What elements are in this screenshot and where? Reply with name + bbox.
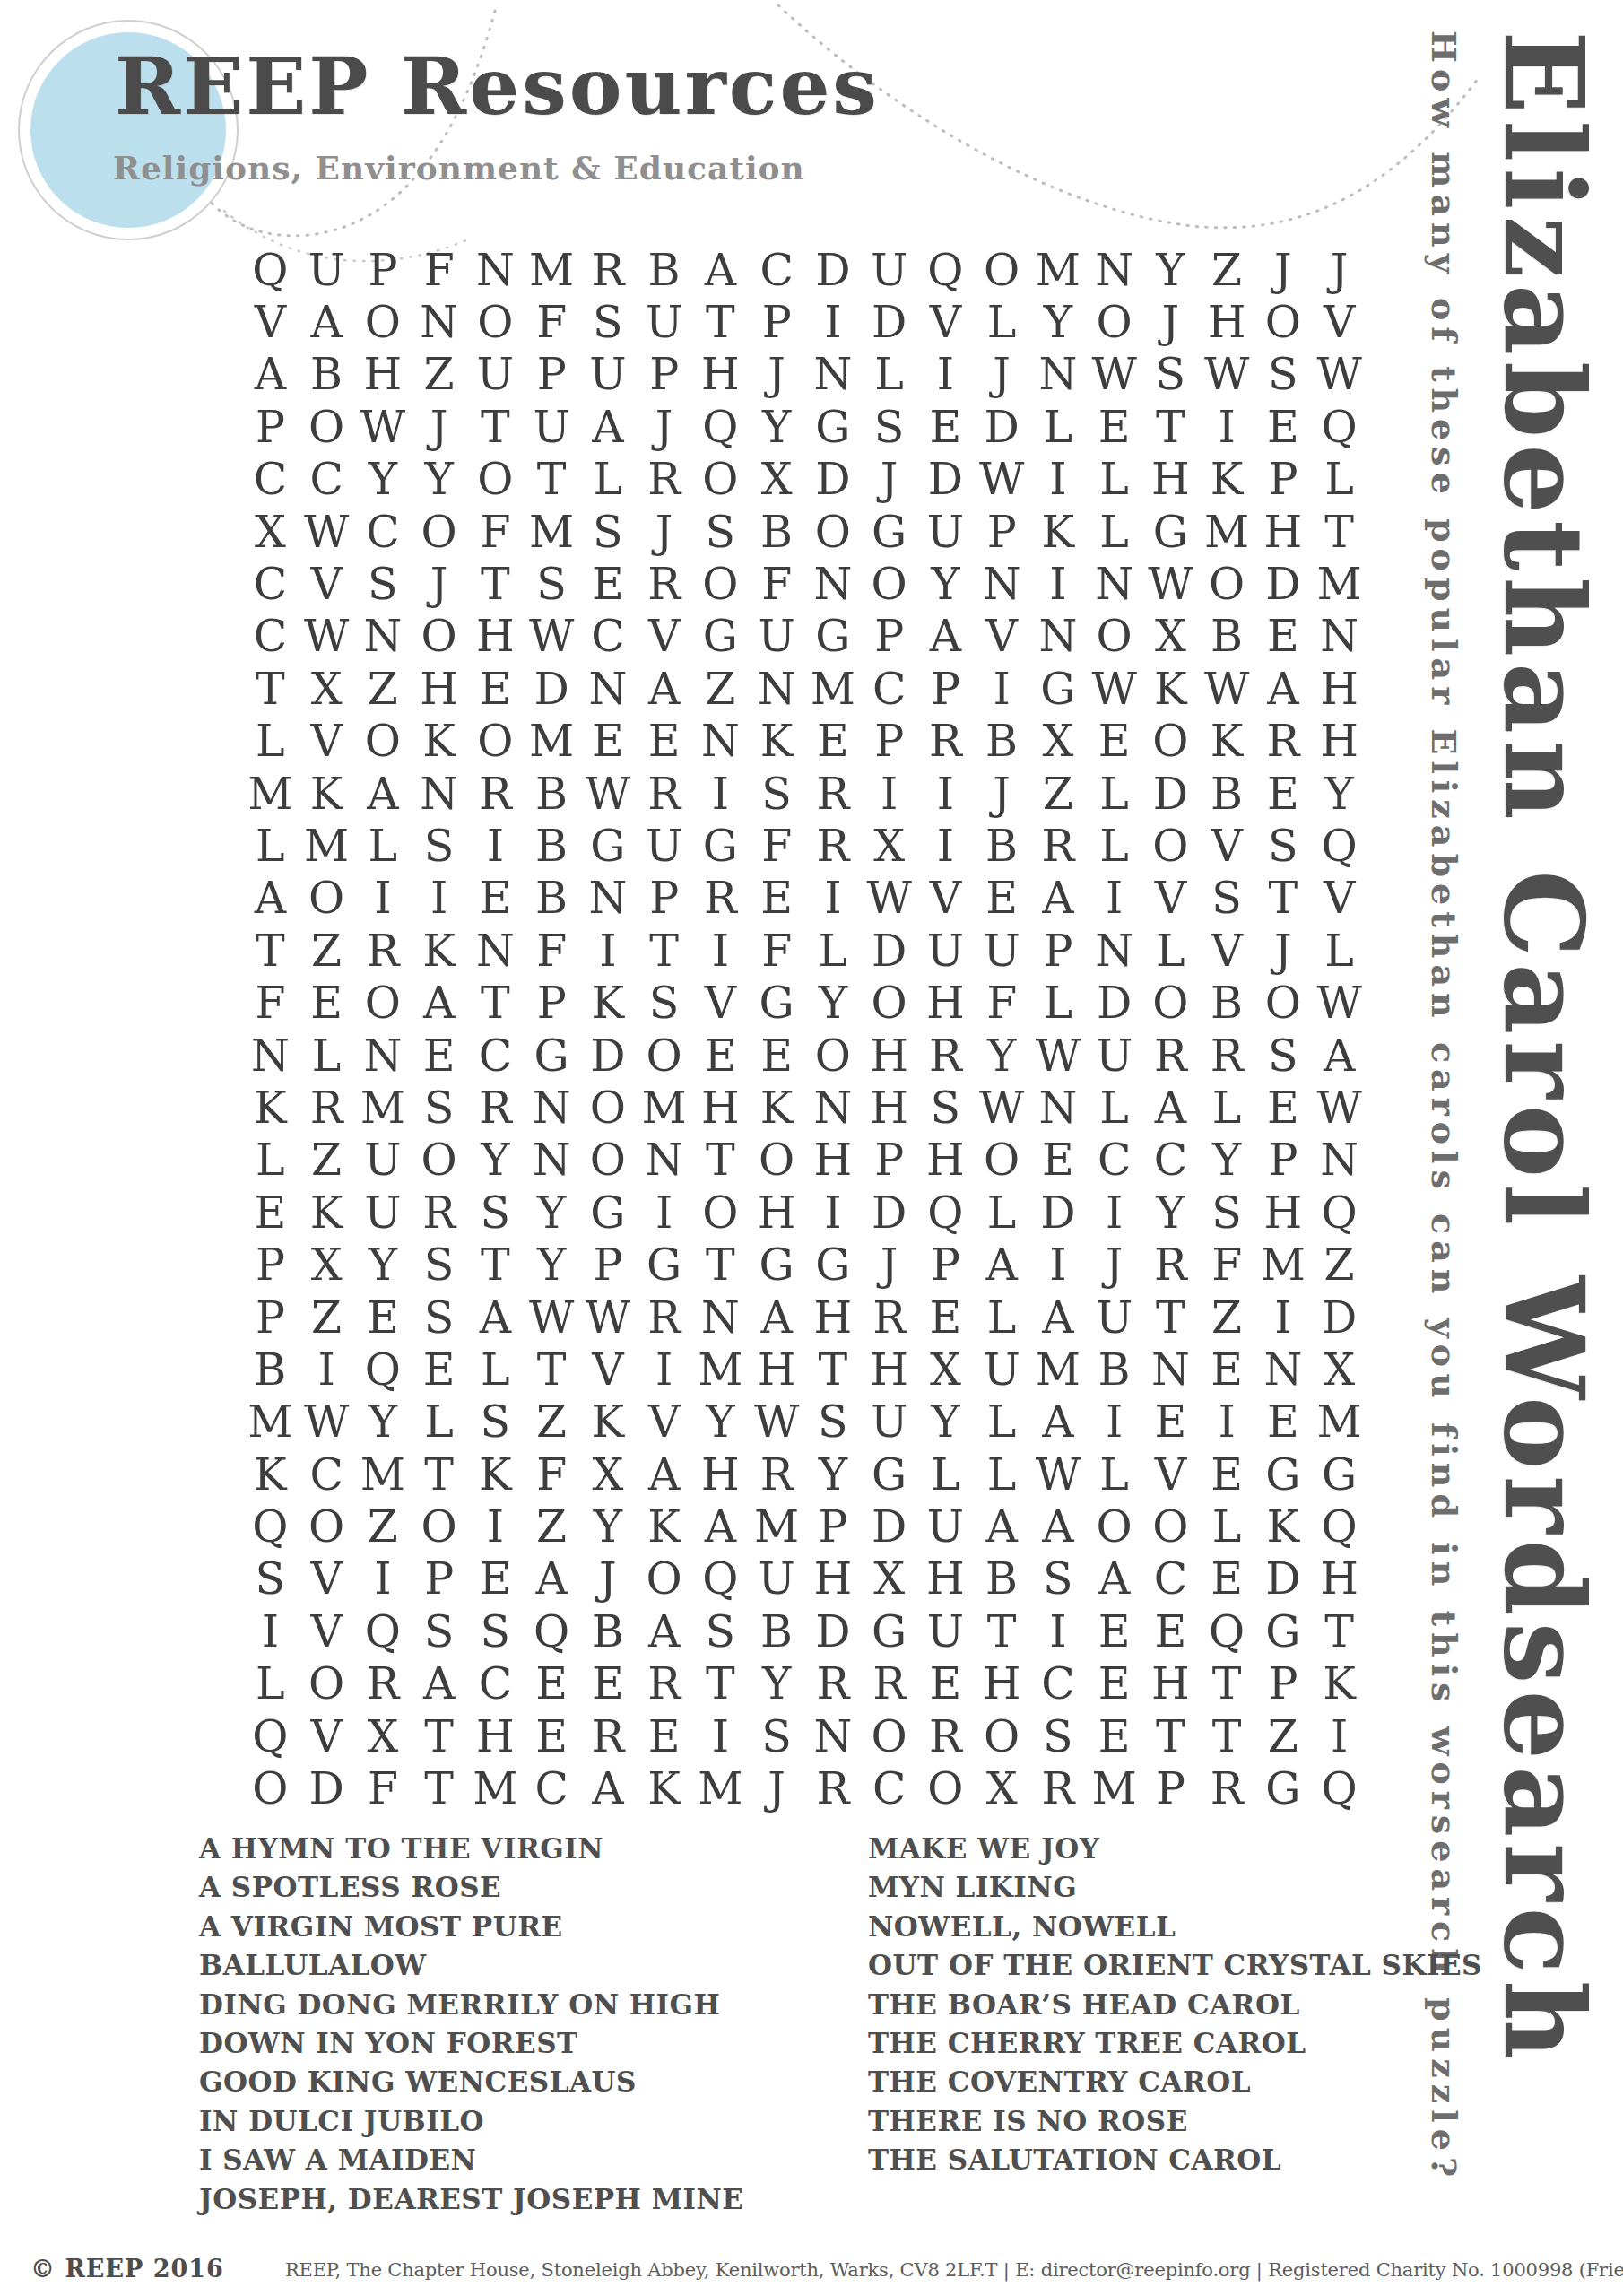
grid-cell: F — [749, 558, 805, 610]
grid-cell: J — [411, 401, 467, 453]
grid-cell: I — [355, 873, 412, 925]
grid-cell: F — [524, 296, 580, 348]
grid-cell: S — [749, 1710, 805, 1762]
word-list-item: BALLULALOW — [199, 1946, 743, 1985]
grid-cell: R — [861, 1291, 917, 1344]
grid-cell: A — [636, 1448, 692, 1500]
grid-cell: I — [1030, 558, 1087, 610]
grid-cell: A — [1030, 1291, 1087, 1344]
grid-cell: P — [242, 1239, 299, 1291]
grid-cell: M — [749, 1500, 805, 1552]
grid-cell: H — [861, 1082, 917, 1134]
grid-cell: X — [299, 663, 355, 715]
grid-cell: Y — [1199, 1135, 1255, 1187]
grid-cell: T — [411, 1762, 467, 1814]
grid-cell: T — [1142, 401, 1199, 453]
grid-cell: E — [636, 716, 692, 768]
grid-cell: J — [580, 1553, 637, 1605]
grid-cell: E — [411, 1030, 467, 1082]
grid-cell: T — [467, 401, 524, 453]
grid-cell: Y — [1311, 768, 1367, 820]
grid-cell: R — [1199, 1030, 1255, 1082]
grid-cell: X — [242, 506, 299, 558]
grid-cell: N — [524, 1082, 580, 1134]
grid-cell: U — [974, 1344, 1030, 1396]
grid-cell: U — [355, 1135, 412, 1187]
grid-cell: R — [1255, 716, 1312, 768]
grid-cell: J — [1311, 244, 1367, 296]
grid-cell: P — [242, 1291, 299, 1344]
grid-cell: M — [1030, 244, 1087, 296]
grid-cell: W — [1311, 977, 1367, 1029]
grid-cell: A — [355, 768, 412, 820]
word-list-item: THE SALUTATION CAROL — [868, 2141, 1482, 2179]
grid-cell: K — [467, 1448, 524, 1500]
grid-cell: E — [580, 558, 637, 610]
grid-cell: E — [1199, 1344, 1255, 1396]
grid-cell: K — [636, 1762, 692, 1814]
grid-cell: N — [242, 1030, 299, 1082]
grid-cell: H — [467, 611, 524, 663]
grid-cell: E — [636, 1710, 692, 1762]
grid-cell: L — [1030, 401, 1087, 453]
grid-cell: I — [692, 1710, 749, 1762]
grid-cell: H — [1199, 296, 1255, 348]
word-list-item: A VIRGIN MOST PURE — [199, 1908, 743, 1946]
grid-cell: L — [974, 1396, 1030, 1448]
grid-cell: N — [1030, 349, 1087, 401]
grid-cell: R — [917, 1710, 974, 1762]
grid-cell: L — [242, 820, 299, 872]
grid-cell: S — [411, 1291, 467, 1344]
grid-cell: I — [1030, 1239, 1087, 1291]
grid-cell: T — [467, 558, 524, 610]
grid-cell: Z — [1199, 1291, 1255, 1344]
grid-cell: V — [1142, 1448, 1199, 1500]
grid-cell: N — [1086, 244, 1142, 296]
grid-cell: Y — [749, 401, 805, 453]
grid-cell: O — [974, 1710, 1030, 1762]
grid-cell: R — [299, 1082, 355, 1134]
word-list-item: MYN LIKING — [868, 1868, 1482, 1907]
grid-cell: N — [1142, 1344, 1199, 1396]
grid-cell: C — [861, 1762, 917, 1814]
grid-cell: S — [411, 1239, 467, 1291]
grid-cell: B — [974, 820, 1030, 872]
grid-cell: D — [805, 1605, 862, 1657]
grid-cell: E — [1086, 1605, 1142, 1657]
grid-cell: W — [749, 1396, 805, 1448]
grid-cell: J — [1255, 244, 1312, 296]
word-list-item: GOOD KING WENCESLAUS — [199, 2063, 743, 2101]
grid-cell: V — [242, 296, 299, 348]
grid-cell: A — [411, 977, 467, 1029]
grid-cell: Q — [242, 244, 299, 296]
grid-cell: P — [861, 716, 917, 768]
grid-cell: S — [636, 977, 692, 1029]
grid-cell: V — [636, 1396, 692, 1448]
grid-cell: Z — [355, 1500, 412, 1552]
grid-cell: J — [749, 1762, 805, 1814]
grid-cell: A — [1030, 1500, 1087, 1552]
grid-cell: S — [1142, 349, 1199, 401]
grid-cell: P — [580, 1239, 637, 1291]
grid-cell: P — [861, 611, 917, 663]
grid-cell: L — [1030, 977, 1087, 1029]
grid-cell: N — [805, 558, 862, 610]
grid-cell: L — [242, 1135, 299, 1187]
grid-cell: Y — [524, 1239, 580, 1291]
word-list-item: A SPOTLESS ROSE — [199, 1868, 743, 1907]
grid-cell: N — [467, 244, 524, 296]
grid-cell: Z — [692, 663, 749, 715]
grid-cell: S — [580, 506, 637, 558]
grid-cell: N — [1030, 1082, 1087, 1134]
grid-cell: T — [524, 454, 580, 506]
grid-cell: P — [1255, 1135, 1312, 1187]
grid-cell: U — [299, 244, 355, 296]
grid-cell: L — [1142, 925, 1199, 977]
grid-cell: N — [805, 1710, 862, 1762]
grid-cell: B — [974, 716, 1030, 768]
grid-cell: C — [467, 1030, 524, 1082]
grid-cell: Y — [974, 1030, 1030, 1082]
word-list-item: THE COVENTRY CAROL — [868, 2063, 1482, 2101]
grid-cell: U — [467, 349, 524, 401]
grid-cell: O — [1142, 1500, 1199, 1552]
grid-cell: X — [299, 1239, 355, 1291]
grid-cell: T — [1199, 1710, 1255, 1762]
grid-cell: P — [861, 1135, 917, 1187]
grid-cell: W — [299, 506, 355, 558]
grid-cell: D — [861, 296, 917, 348]
grid-cell: N — [580, 663, 637, 715]
grid-cell: I — [355, 1553, 412, 1605]
grid-cell: Y — [355, 1239, 412, 1291]
grid-cell: G — [861, 1448, 917, 1500]
grid-cell: A — [580, 401, 637, 453]
grid-cell: S — [1255, 820, 1312, 872]
grid-cell: I — [242, 1605, 299, 1657]
grid-cell: H — [692, 1448, 749, 1500]
grid-cell: A — [749, 1291, 805, 1344]
grid-cell: T — [1311, 506, 1367, 558]
grid-cell: U — [917, 1605, 974, 1657]
grid-cell: R — [411, 1187, 467, 1239]
grid-cell: E — [467, 873, 524, 925]
grid-cell: B — [749, 1605, 805, 1657]
word-list-item: DING DONG MERRILY ON HIGH — [199, 1986, 743, 2024]
grid-cell: T — [1311, 1605, 1367, 1657]
grid-cell: G — [1030, 663, 1087, 715]
grid-cell: X — [974, 1762, 1030, 1814]
grid-cell: P — [524, 349, 580, 401]
grid-cell: X — [749, 454, 805, 506]
grid-cell: J — [1255, 925, 1312, 977]
grid-cell: D — [1255, 558, 1312, 610]
grid-cell: L — [1199, 1500, 1255, 1552]
grid-cell: K — [580, 977, 637, 1029]
grid-cell: L — [580, 454, 637, 506]
grid-cell: L — [861, 349, 917, 401]
grid-cell: R — [1199, 1762, 1255, 1814]
grid-cell: G — [1311, 1448, 1367, 1500]
grid-cell: U — [974, 925, 1030, 977]
grid-cell: S — [411, 1082, 467, 1134]
grid-cell: E — [1199, 1553, 1255, 1605]
grid-cell: Q — [355, 1605, 412, 1657]
grid-cell: G — [805, 611, 862, 663]
grid-cell: M — [467, 1762, 524, 1814]
grid-cell: J — [749, 349, 805, 401]
grid-cell: V — [1199, 820, 1255, 872]
grid-cell: G — [1255, 1448, 1312, 1500]
grid-cell: W — [1030, 1448, 1087, 1500]
grid-cell: U — [749, 611, 805, 663]
grid-cell: L — [299, 1030, 355, 1082]
grid-cell: F — [749, 925, 805, 977]
grid-cell: N — [524, 1135, 580, 1187]
grid-cell: C — [467, 1658, 524, 1710]
grid-cell: Q — [355, 1344, 412, 1396]
grid-cell: Q — [1311, 820, 1367, 872]
grid-cell: O — [1086, 296, 1142, 348]
word-list-item: DOWN IN YON FOREST — [199, 2024, 743, 2063]
grid-cell: H — [805, 1291, 862, 1344]
grid-cell: E — [524, 1658, 580, 1710]
grid-cell: K — [1030, 506, 1087, 558]
grid-cell: W — [299, 1396, 355, 1448]
grid-cell: Q — [692, 401, 749, 453]
grid-cell: W — [1142, 558, 1199, 610]
grid-cell: O — [692, 454, 749, 506]
grid-cell: Y — [692, 1396, 749, 1448]
grid-cell: O — [974, 244, 1030, 296]
grid-cell: A — [1311, 1030, 1367, 1082]
grid-cell: L — [467, 1344, 524, 1396]
grid-cell: O — [749, 1135, 805, 1187]
grid-cell: A — [636, 663, 692, 715]
grid-cell: D — [580, 1030, 637, 1082]
grid-cell: M — [355, 1448, 412, 1500]
grid-cell: W — [580, 768, 637, 820]
grid-cell: W — [1311, 1082, 1367, 1134]
grid-cell: E — [1086, 716, 1142, 768]
grid-cell: U — [917, 1500, 974, 1552]
grid-cell: O — [636, 1030, 692, 1082]
grid-cell: A — [1255, 663, 1312, 715]
grid-cell: I — [467, 820, 524, 872]
grid-cell: O — [1086, 1500, 1142, 1552]
grid-cell: S — [1030, 1710, 1087, 1762]
grid-cell: U — [636, 820, 692, 872]
grid-cell: L — [1311, 454, 1367, 506]
word-list-item: NOWELL, NOWELL — [868, 1908, 1482, 1946]
grid-cell: O — [242, 1762, 299, 1814]
grid-cell: Z — [1199, 244, 1255, 296]
grid-cell: N — [355, 611, 412, 663]
grid-cell: C — [355, 506, 412, 558]
footer-contact-info: REEP, The Chapter House, Stoneleigh Abbe… — [285, 2259, 1623, 2281]
grid-cell: N — [1030, 611, 1087, 663]
grid-cell: H — [467, 1710, 524, 1762]
grid-cell: L — [1086, 1082, 1142, 1134]
grid-cell: E — [805, 716, 862, 768]
grid-cell: O — [299, 401, 355, 453]
grid-cell: I — [692, 925, 749, 977]
grid-cell: W — [974, 454, 1030, 506]
grid-cell: M — [1255, 1239, 1312, 1291]
grid-cell: G — [749, 1239, 805, 1291]
grid-cell: R — [805, 768, 862, 820]
grid-cell: E — [1255, 768, 1312, 820]
grid-cell: H — [749, 1344, 805, 1396]
grid-cell: M — [299, 820, 355, 872]
grid-cell: Q — [1199, 1605, 1255, 1657]
grid-cell: G — [692, 611, 749, 663]
grid-cell: C — [861, 663, 917, 715]
word-list-right: MAKE WE JOYMYN LIKINGNOWELL, NOWELLOUT O… — [868, 1830, 1482, 2180]
grid-cell: O — [580, 1082, 637, 1134]
grid-cell: I — [636, 1344, 692, 1396]
grid-cell: A — [242, 873, 299, 925]
grid-cell: R — [636, 1291, 692, 1344]
grid-cell: I — [1086, 1187, 1142, 1239]
grid-cell: J — [411, 558, 467, 610]
grid-cell: C — [299, 454, 355, 506]
grid-cell: H — [749, 1187, 805, 1239]
grid-cell: L — [805, 925, 862, 977]
grid-cell: O — [299, 1500, 355, 1552]
grid-cell: T — [524, 1344, 580, 1396]
grid-cell: L — [242, 1658, 299, 1710]
grid-cell: E — [749, 873, 805, 925]
grid-cell: V — [299, 558, 355, 610]
grid-cell: S — [1255, 349, 1312, 401]
grid-cell: K — [242, 1082, 299, 1134]
grid-cell: Q — [1311, 401, 1367, 453]
grid-cell: L — [1199, 1082, 1255, 1134]
word-list-item: IN DULCI JUBILO — [199, 2102, 743, 2141]
grid-cell: J — [1086, 1239, 1142, 1291]
grid-cell: C — [749, 244, 805, 296]
grid-cell: M — [1086, 1762, 1142, 1814]
grid-cell: Q — [1311, 1762, 1367, 1814]
grid-cell: C — [1030, 1658, 1087, 1710]
page-subtitle: Religions, Environment & Education — [113, 149, 805, 187]
grid-cell: H — [1311, 663, 1367, 715]
grid-cell: S — [749, 768, 805, 820]
word-list-item: OUT OF THE ORIENT CRYSTAL SKIES — [868, 1946, 1482, 1985]
grid-cell: N — [636, 1135, 692, 1187]
grid-cell: R — [1030, 820, 1087, 872]
grid-cell: C — [1086, 1135, 1142, 1187]
grid-cell: H — [411, 663, 467, 715]
grid-cell: J — [636, 401, 692, 453]
grid-cell: N — [411, 296, 467, 348]
grid-cell: Y — [411, 454, 467, 506]
grid-cell: G — [1255, 1762, 1312, 1814]
grid-cell: T — [1255, 873, 1312, 925]
grid-cell: R — [917, 716, 974, 768]
grid-cell: U — [861, 244, 917, 296]
grid-cell: R — [467, 1082, 524, 1134]
grid-cell: S — [692, 506, 749, 558]
grid-cell: P — [636, 873, 692, 925]
grid-cell: H — [692, 1082, 749, 1134]
grid-cell: I — [805, 873, 862, 925]
grid-cell: R — [636, 558, 692, 610]
grid-cell: K — [411, 716, 467, 768]
grid-cell: X — [861, 820, 917, 872]
grid-cell: K — [749, 1082, 805, 1134]
grid-cell: Z — [299, 925, 355, 977]
grid-cell: A — [467, 1291, 524, 1344]
grid-cell: P — [524, 977, 580, 1029]
grid-cell: E — [1255, 1396, 1312, 1448]
grid-cell: E — [1086, 401, 1142, 453]
grid-cell: K — [1142, 663, 1199, 715]
grid-cell: S — [917, 1082, 974, 1134]
grid-cell: U — [524, 401, 580, 453]
grid-cell: G — [1142, 506, 1199, 558]
grid-cell: E — [974, 873, 1030, 925]
grid-cell: A — [636, 1605, 692, 1657]
grid-cell: R — [1030, 1762, 1087, 1814]
grid-cell: J — [861, 1239, 917, 1291]
grid-cell: S — [524, 558, 580, 610]
grid-cell: L — [974, 1187, 1030, 1239]
grid-cell: T — [692, 1658, 749, 1710]
grid-cell: U — [355, 1187, 412, 1239]
grid-cell: I — [580, 925, 637, 977]
grid-cell: V — [299, 716, 355, 768]
grid-cell: A — [692, 244, 749, 296]
grid-cell: L — [974, 296, 1030, 348]
grid-cell: U — [861, 1396, 917, 1448]
grid-cell: I — [917, 349, 974, 401]
grid-cell: B — [299, 349, 355, 401]
grid-cell: O — [1142, 716, 1199, 768]
grid-cell: L — [1086, 1448, 1142, 1500]
grid-cell: B — [1199, 768, 1255, 820]
grid-cell: H — [1255, 506, 1312, 558]
grid-cell: Q — [917, 1187, 974, 1239]
grid-cell: N — [1255, 1344, 1312, 1396]
grid-cell: S — [467, 1605, 524, 1657]
grid-cell: N — [974, 558, 1030, 610]
grid-cell: U — [917, 925, 974, 977]
grid-cell: J — [974, 768, 1030, 820]
grid-cell: R — [805, 1762, 862, 1814]
grid-cell: F — [749, 820, 805, 872]
grid-cell: N — [1311, 1135, 1367, 1187]
grid-cell: T — [692, 296, 749, 348]
grid-cell: W — [355, 401, 412, 453]
grid-cell: C — [242, 454, 299, 506]
grid-cell: E — [467, 1553, 524, 1605]
grid-cell: T — [692, 1135, 749, 1187]
grid-cell: R — [580, 244, 637, 296]
grid-cell: W — [1311, 349, 1367, 401]
grid-cell: Z — [524, 1396, 580, 1448]
grid-cell: W — [524, 611, 580, 663]
grid-cell: K — [299, 768, 355, 820]
grid-cell: O — [1199, 558, 1255, 610]
grid-cell: T — [692, 1239, 749, 1291]
grid-cell: O — [355, 716, 412, 768]
grid-cell: D — [299, 1762, 355, 1814]
